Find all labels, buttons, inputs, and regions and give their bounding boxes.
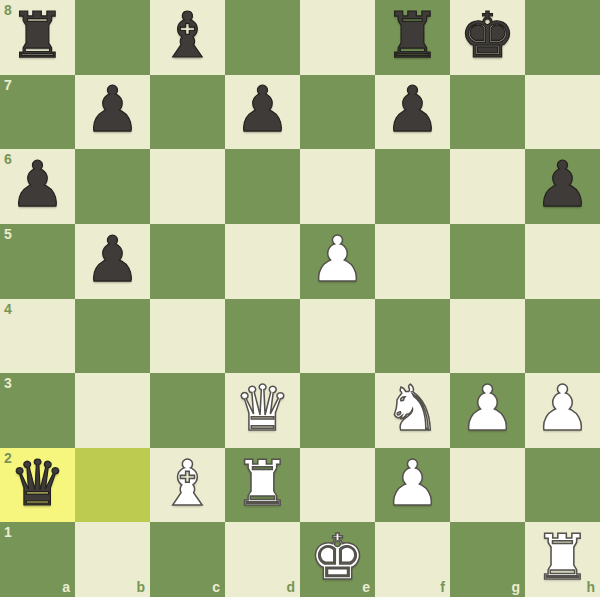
white-queen-icon[interactable]: ♛ <box>234 377 290 440</box>
black-pawn-icon[interactable]: ♟ <box>234 78 290 141</box>
square-a2[interactable]: 2♛ <box>0 448 75 523</box>
white-bishop-icon[interactable]: ♝ <box>159 452 215 515</box>
square-c1[interactable]: c <box>150 522 225 597</box>
file-label-c: c <box>212 580 220 594</box>
square-g6[interactable] <box>450 149 525 224</box>
square-f5[interactable] <box>375 224 450 299</box>
square-f8[interactable]: ♜ <box>375 0 450 75</box>
square-e2[interactable] <box>300 448 375 523</box>
square-e5[interactable]: ♟ <box>300 224 375 299</box>
square-d2[interactable]: ♜ <box>225 448 300 523</box>
square-c2[interactable]: ♝ <box>150 448 225 523</box>
square-d5[interactable] <box>225 224 300 299</box>
black-queen-icon[interactable]: ♛ <box>9 452 65 515</box>
white-rook-icon[interactable]: ♜ <box>234 452 290 515</box>
square-d3[interactable]: ♛ <box>225 373 300 448</box>
square-a4[interactable]: 4 <box>0 299 75 374</box>
square-e4[interactable] <box>300 299 375 374</box>
rank-label-5: 5 <box>4 227 12 241</box>
square-g2[interactable] <box>450 448 525 523</box>
square-h2[interactable] <box>525 448 600 523</box>
square-f4[interactable] <box>375 299 450 374</box>
file-label-b: b <box>136 580 145 594</box>
square-e6[interactable] <box>300 149 375 224</box>
square-f7[interactable]: ♟ <box>375 75 450 150</box>
square-f3[interactable]: ♞ <box>375 373 450 448</box>
square-c7[interactable] <box>150 75 225 150</box>
chess-board-container: 8♜♝♜♚7♟♟♟6♟♟5♟♟43♛♞♟♟2♛♝♜♟1abcde♚fgh♜ <box>0 0 600 597</box>
square-f6[interactable] <box>375 149 450 224</box>
white-pawn-icon[interactable]: ♟ <box>309 228 365 291</box>
rank-label-1: 1 <box>4 525 12 539</box>
square-g3[interactable]: ♟ <box>450 373 525 448</box>
black-pawn-icon[interactable]: ♟ <box>384 78 440 141</box>
square-c6[interactable] <box>150 149 225 224</box>
square-d8[interactable] <box>225 0 300 75</box>
square-d1[interactable]: d <box>225 522 300 597</box>
chess-board: 8♜♝♜♚7♟♟♟6♟♟5♟♟43♛♞♟♟2♛♝♜♟1abcde♚fgh♜ <box>0 0 600 597</box>
square-f1[interactable]: f <box>375 522 450 597</box>
square-b2[interactable] <box>75 448 150 523</box>
square-g5[interactable] <box>450 224 525 299</box>
black-bishop-icon[interactable]: ♝ <box>159 4 215 67</box>
square-h4[interactable] <box>525 299 600 374</box>
black-pawn-icon[interactable]: ♟ <box>84 228 140 291</box>
square-a5[interactable]: 5 <box>0 224 75 299</box>
square-c5[interactable] <box>150 224 225 299</box>
file-label-f: f <box>440 580 445 594</box>
square-g8[interactable]: ♚ <box>450 0 525 75</box>
square-g7[interactable] <box>450 75 525 150</box>
square-c4[interactable] <box>150 299 225 374</box>
square-b7[interactable]: ♟ <box>75 75 150 150</box>
square-c8[interactable]: ♝ <box>150 0 225 75</box>
square-h3[interactable]: ♟ <box>525 373 600 448</box>
white-pawn-icon[interactable]: ♟ <box>459 377 515 440</box>
square-d7[interactable]: ♟ <box>225 75 300 150</box>
square-d4[interactable] <box>225 299 300 374</box>
square-e1[interactable]: e♚ <box>300 522 375 597</box>
square-a7[interactable]: 7 <box>0 75 75 150</box>
square-d6[interactable] <box>225 149 300 224</box>
square-h7[interactable] <box>525 75 600 150</box>
square-a6[interactable]: 6♟ <box>0 149 75 224</box>
square-a1[interactable]: 1a <box>0 522 75 597</box>
black-rook-icon[interactable]: ♜ <box>384 4 440 67</box>
square-h6[interactable]: ♟ <box>525 149 600 224</box>
square-b5[interactable]: ♟ <box>75 224 150 299</box>
square-b3[interactable] <box>75 373 150 448</box>
square-e3[interactable] <box>300 373 375 448</box>
black-pawn-icon[interactable]: ♟ <box>534 153 590 216</box>
white-king-icon[interactable]: ♚ <box>309 526 365 589</box>
file-label-d: d <box>286 580 295 594</box>
rank-label-4: 4 <box>4 302 12 316</box>
white-pawn-icon[interactable]: ♟ <box>384 452 440 515</box>
black-king-icon[interactable]: ♚ <box>459 4 515 67</box>
black-rook-icon[interactable]: ♜ <box>9 4 65 67</box>
white-rook-icon[interactable]: ♜ <box>534 526 590 589</box>
square-h5[interactable] <box>525 224 600 299</box>
square-b1[interactable]: b <box>75 522 150 597</box>
square-f2[interactable]: ♟ <box>375 448 450 523</box>
rank-label-7: 7 <box>4 78 12 92</box>
square-b4[interactable] <box>75 299 150 374</box>
square-h1[interactable]: h♜ <box>525 522 600 597</box>
square-h8[interactable] <box>525 0 600 75</box>
square-c3[interactable] <box>150 373 225 448</box>
file-label-g: g <box>511 580 520 594</box>
square-a8[interactable]: 8♜ <box>0 0 75 75</box>
black-pawn-icon[interactable]: ♟ <box>9 153 65 216</box>
white-knight-icon[interactable]: ♞ <box>384 377 440 440</box>
white-pawn-icon[interactable]: ♟ <box>534 377 590 440</box>
square-b8[interactable] <box>75 0 150 75</box>
square-g1[interactable]: g <box>450 522 525 597</box>
square-a3[interactable]: 3 <box>0 373 75 448</box>
black-pawn-icon[interactable]: ♟ <box>84 78 140 141</box>
square-e7[interactable] <box>300 75 375 150</box>
square-g4[interactable] <box>450 299 525 374</box>
square-e8[interactable] <box>300 0 375 75</box>
square-b6[interactable] <box>75 149 150 224</box>
rank-label-3: 3 <box>4 376 12 390</box>
file-label-a: a <box>62 580 70 594</box>
